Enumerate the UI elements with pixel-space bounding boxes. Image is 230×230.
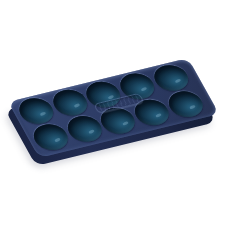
product-photo-canvas — [0, 0, 230, 230]
